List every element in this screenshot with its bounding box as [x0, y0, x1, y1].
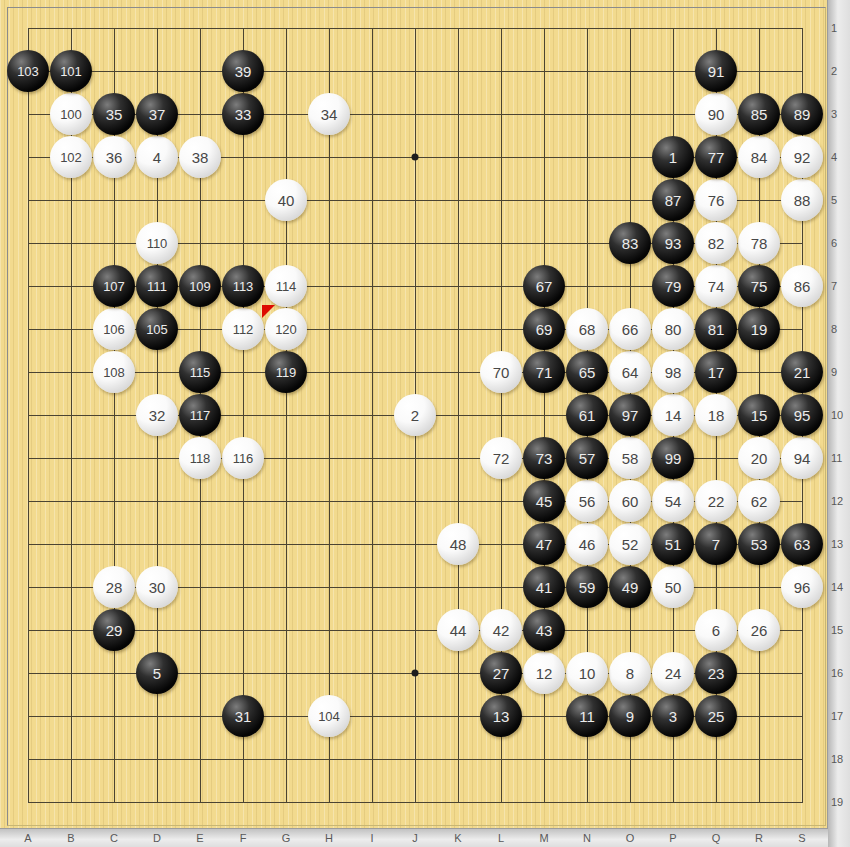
stone-white-44-K15: 44 — [437, 609, 479, 651]
stone-black-119-G9: 119 — [265, 351, 307, 393]
stone-white-112-F8: 112 — [222, 308, 264, 350]
stone-black-75-R7: 75 — [738, 265, 780, 307]
row-label-17: 17 — [831, 710, 849, 722]
stone-black-109-E7: 109 — [179, 265, 221, 307]
stone-white-20-R11: 20 — [738, 437, 780, 479]
column-label-O: O — [620, 832, 640, 846]
stone-black-101-B2: 101 — [50, 50, 92, 92]
row-label-11: 11 — [831, 452, 849, 464]
stone-black-57-N11: 57 — [566, 437, 608, 479]
stone-black-79-P7: 79 — [652, 265, 694, 307]
stone-white-78-R6: 78 — [738, 222, 780, 264]
stone-white-48-K13: 48 — [437, 523, 479, 565]
stone-black-61-N10: 61 — [566, 394, 608, 436]
stone-white-24-P16: 24 — [652, 652, 694, 694]
row-label-19: 19 — [831, 796, 849, 808]
star-point-J4 — [412, 154, 419, 161]
stone-white-26-R15: 26 — [738, 609, 780, 651]
stone-white-60-O12: 60 — [609, 480, 651, 522]
stone-black-21-S9: 21 — [781, 351, 823, 393]
stone-black-113-F7: 113 — [222, 265, 264, 307]
stone-black-111-D7: 111 — [136, 265, 178, 307]
column-label-M: M — [534, 832, 554, 846]
stone-black-1-P4: 1 — [652, 136, 694, 178]
stone-white-50-P14: 50 — [652, 566, 694, 608]
stone-black-7-Q13: 7 — [695, 523, 737, 565]
column-label-R: R — [749, 832, 769, 846]
stone-black-33-F3: 33 — [222, 93, 264, 135]
stone-white-100-B3: 100 — [50, 93, 92, 135]
row-label-9: 9 — [831, 366, 849, 378]
stone-white-22-Q12: 22 — [695, 480, 737, 522]
stone-black-41-M14: 41 — [523, 566, 565, 608]
stone-white-30-D14: 30 — [136, 566, 178, 608]
column-label-P: P — [663, 832, 683, 846]
stone-black-83-O6: 83 — [609, 222, 651, 264]
column-label-I: I — [362, 832, 382, 846]
stone-white-64-O9: 64 — [609, 351, 651, 393]
stone-black-13-L17: 13 — [480, 695, 522, 737]
stone-white-116-F11: 116 — [222, 437, 264, 479]
stone-white-92-S4: 92 — [781, 136, 823, 178]
column-label-E: E — [190, 832, 210, 846]
stone-white-68-N8: 68 — [566, 308, 608, 350]
stone-black-63-S13: 63 — [781, 523, 823, 565]
stone-black-53-R13: 53 — [738, 523, 780, 565]
stone-black-105-D8: 105 — [136, 308, 178, 350]
stone-white-40-G5: 40 — [265, 179, 307, 221]
stone-white-96-S14: 96 — [781, 566, 823, 608]
stone-black-19-R8: 19 — [738, 308, 780, 350]
stone-white-114-G7: 114 — [265, 265, 307, 307]
stone-black-27-L16: 27 — [480, 652, 522, 694]
stone-white-28-C14: 28 — [93, 566, 135, 608]
stone-black-9-O17: 9 — [609, 695, 651, 737]
stone-black-47-M13: 47 — [523, 523, 565, 565]
row-label-18: 18 — [831, 753, 849, 765]
stone-white-70-L9: 70 — [480, 351, 522, 393]
stone-white-4-D4: 4 — [136, 136, 178, 178]
star-point-J16 — [412, 670, 419, 677]
last-move-marker — [262, 305, 275, 318]
stone-black-97-O10: 97 — [609, 394, 651, 436]
stone-white-90-Q3: 90 — [695, 93, 737, 135]
row-label-4: 4 — [831, 151, 849, 163]
go-board-window: 1234567891011121314151718192021222324252… — [0, 0, 850, 847]
stone-white-46-N13: 46 — [566, 523, 608, 565]
stone-white-10-N16: 10 — [566, 652, 608, 694]
column-label-B: B — [61, 832, 81, 846]
stone-white-72-L11: 72 — [480, 437, 522, 479]
stone-white-74-Q7: 74 — [695, 265, 737, 307]
stone-white-102-B4: 102 — [50, 136, 92, 178]
stone-black-93-P6: 93 — [652, 222, 694, 264]
row-label-12: 12 — [831, 495, 849, 507]
stone-black-81-Q8: 81 — [695, 308, 737, 350]
column-label-D: D — [147, 832, 167, 846]
stone-white-12-M16: 12 — [523, 652, 565, 694]
stone-white-66-O8: 66 — [609, 308, 651, 350]
stone-black-117-E10: 117 — [179, 394, 221, 436]
stone-black-115-E9: 115 — [179, 351, 221, 393]
stone-white-2-J10: 2 — [394, 394, 436, 436]
stone-white-94-S11: 94 — [781, 437, 823, 479]
stone-black-99-P11: 99 — [652, 437, 694, 479]
stone-black-95-S10: 95 — [781, 394, 823, 436]
stone-black-43-M15: 43 — [523, 609, 565, 651]
stone-white-14-P10: 14 — [652, 394, 694, 436]
stone-black-3-P17: 3 — [652, 695, 694, 737]
stone-white-76-Q5: 76 — [695, 179, 737, 221]
column-label-F: F — [233, 832, 253, 846]
stone-black-91-Q2: 91 — [695, 50, 737, 92]
stone-black-69-M8: 69 — [523, 308, 565, 350]
stone-black-11-N17: 11 — [566, 695, 608, 737]
stone-black-87-P5: 87 — [652, 179, 694, 221]
column-label-Q: Q — [706, 832, 726, 846]
stone-black-37-D3: 37 — [136, 93, 178, 135]
stone-black-107-C7: 107 — [93, 265, 135, 307]
column-label-G: G — [276, 832, 296, 846]
row-label-1: 1 — [831, 22, 849, 34]
stone-white-34-H3: 34 — [308, 93, 350, 135]
row-label-2: 2 — [831, 65, 849, 77]
stone-white-58-O11: 58 — [609, 437, 651, 479]
column-label-N: N — [577, 832, 597, 846]
row-label-6: 6 — [831, 237, 849, 249]
row-label-15: 15 — [831, 624, 849, 636]
row-label-14: 14 — [831, 581, 849, 593]
stone-black-71-M9: 71 — [523, 351, 565, 393]
stone-white-8-O16: 8 — [609, 652, 651, 694]
row-label-13: 13 — [831, 538, 849, 550]
column-label-L: L — [491, 832, 511, 846]
stone-black-17-Q9: 17 — [695, 351, 737, 393]
stone-black-67-M7: 67 — [523, 265, 565, 307]
stone-black-59-N14: 59 — [566, 566, 608, 608]
stone-white-62-R12: 62 — [738, 480, 780, 522]
stone-black-39-F2: 39 — [222, 50, 264, 92]
row-label-16: 16 — [831, 667, 849, 679]
stone-white-86-S7: 86 — [781, 265, 823, 307]
stone-black-31-F17: 31 — [222, 695, 264, 737]
column-label-K: K — [448, 832, 468, 846]
column-label-J: J — [405, 832, 425, 846]
stone-black-89-S3: 89 — [781, 93, 823, 135]
stone-white-54-P12: 54 — [652, 480, 694, 522]
row-label-3: 3 — [831, 108, 849, 120]
stone-white-38-E4: 38 — [179, 136, 221, 178]
stone-white-42-L15: 42 — [480, 609, 522, 651]
stone-black-15-R10: 15 — [738, 394, 780, 436]
row-label-5: 5 — [831, 194, 849, 206]
stone-black-29-C15: 29 — [93, 609, 135, 651]
stone-black-49-O14: 49 — [609, 566, 651, 608]
stone-white-82-Q6: 82 — [695, 222, 737, 264]
stone-white-36-C4: 36 — [93, 136, 135, 178]
column-label-A: A — [18, 832, 38, 846]
stone-black-103-A2: 103 — [7, 50, 49, 92]
column-label-S: S — [792, 832, 812, 846]
stone-black-65-N9: 65 — [566, 351, 608, 393]
stone-white-80-P8: 80 — [652, 308, 694, 350]
stone-black-35-C3: 35 — [93, 93, 135, 135]
stone-white-56-N12: 56 — [566, 480, 608, 522]
stone-white-32-D10: 32 — [136, 394, 178, 436]
stone-black-51-P13: 51 — [652, 523, 694, 565]
stone-white-98-P9: 98 — [652, 351, 694, 393]
stone-black-85-R3: 85 — [738, 93, 780, 135]
stone-black-73-M11: 73 — [523, 437, 565, 479]
stone-white-108-C9: 108 — [93, 351, 135, 393]
stone-white-106-C8: 106 — [93, 308, 135, 350]
stone-white-18-Q10: 18 — [695, 394, 737, 436]
stone-white-110-D6: 110 — [136, 222, 178, 264]
row-label-7: 7 — [831, 280, 849, 292]
stone-black-25-Q17: 25 — [695, 695, 737, 737]
stone-black-45-M12: 45 — [523, 480, 565, 522]
row-label-8: 8 — [831, 323, 849, 335]
column-label-H: H — [319, 832, 339, 846]
stone-white-52-O13: 52 — [609, 523, 651, 565]
stone-white-84-R4: 84 — [738, 136, 780, 178]
stone-black-5-D16: 5 — [136, 652, 178, 694]
stone-white-104-H17: 104 — [308, 695, 350, 737]
stone-black-23-Q16: 23 — [695, 652, 737, 694]
stone-white-6-Q15: 6 — [695, 609, 737, 651]
row-label-10: 10 — [831, 409, 849, 421]
stone-white-118-E11: 118 — [179, 437, 221, 479]
column-label-C: C — [104, 832, 124, 846]
stone-black-77-Q4: 77 — [695, 136, 737, 178]
stone-white-88-S5: 88 — [781, 179, 823, 221]
